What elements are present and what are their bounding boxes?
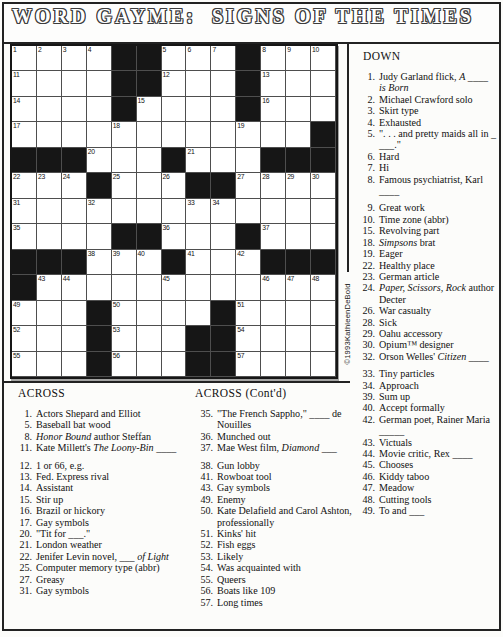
clue-number: 42. [354,414,379,437]
black-cell [112,97,137,122]
white-cell[interactable] [112,148,137,173]
clue-text: Assistant [36,482,188,493]
white-cell[interactable] [186,301,211,326]
clue-text: Paper, Scissors, Rock author Decter [379,282,497,305]
clue-number: 38. [192,460,217,471]
white-cell[interactable]: 2 [37,46,62,71]
white-cell[interactable]: 20 [87,148,112,173]
cell-number: 56 [113,352,120,359]
white-cell[interactable]: 25 [112,173,137,198]
white-cell[interactable]: 17 [12,122,37,147]
white-cell[interactable]: 44 [62,275,87,300]
white-cell[interactable]: 49 [12,301,37,326]
black-cell [311,148,336,173]
white-cell[interactable] [137,173,162,198]
white-cell[interactable] [162,199,187,224]
clue: 39.Sum up [354,391,497,402]
clue-text: Kate Delafield and Carol Ashton, profess… [217,505,356,528]
white-cell[interactable]: 40 [137,250,162,275]
clue-number: 49. [192,494,217,505]
white-cell[interactable] [137,122,162,147]
cell-number: 46 [262,275,269,282]
white-cell[interactable]: 55 [12,352,37,377]
white-cell[interactable] [62,301,87,326]
clue: 50.Kate Delafield and Carol Ashton, prof… [192,505,356,528]
white-cell[interactable] [62,122,87,147]
clue-text: Actors Shepard and Elliot [36,408,188,419]
white-cell[interactable] [162,352,187,377]
clue: 21.London weather [11,539,188,550]
white-cell[interactable] [62,326,87,351]
white-cell[interactable] [261,122,286,147]
clue-number: 24. [354,282,379,305]
white-cell[interactable]: 5 [162,46,187,71]
white-cell[interactable]: 6 [186,46,211,71]
white-cell[interactable]: 10 [311,46,336,71]
white-cell[interactable] [286,224,311,249]
clue-number: 51. [192,528,217,539]
clue-text: To and ___ [379,505,497,516]
clue: 3.Skirt type [354,105,497,116]
cell-number: 28 [262,173,269,180]
white-cell[interactable] [211,275,236,300]
white-cell[interactable]: 18 [112,122,137,147]
black-cell [236,46,261,71]
black-cell [12,148,37,173]
black-cell [137,46,162,71]
white-cell[interactable] [137,326,162,351]
white-cell[interactable] [261,301,286,326]
clue-text: German article [379,271,497,282]
black-cell [87,173,112,198]
white-cell[interactable] [62,224,87,249]
white-cell[interactable] [311,97,336,122]
down-clues-column: DOWN 1.Judy Garland flick, A ____ is Bor… [354,50,497,516]
white-cell[interactable] [311,71,336,96]
clue-text: Kinks' hit [217,528,356,539]
cell-number: 53 [113,326,120,333]
clue-text: Was acquainted with [217,562,356,573]
white-cell[interactable]: 46 [261,275,286,300]
clue-text: Opium™ designer [379,339,497,350]
black-cell [62,148,87,173]
clue-number: 39. [354,391,379,402]
white-cell[interactable] [286,199,311,224]
white-cell[interactable]: 7 [211,46,236,71]
cell-number: 23 [38,173,45,180]
white-cell[interactable] [286,326,311,351]
clue-number: 16. [11,505,36,516]
clue-number: 23. [354,271,379,282]
clue-text: 1 or 66, e.g. [36,460,188,471]
clue-text: Kiddy taboo [379,471,497,482]
white-cell[interactable]: 29 [286,173,311,198]
clue-text: Oahu accessory [379,328,497,339]
crossword-grid: 1234567891011121314151617181920212223242… [10,44,338,379]
white-cell[interactable] [261,199,286,224]
white-cell[interactable]: 39 [112,250,137,275]
clue-number: 29. [354,328,379,339]
white-cell[interactable]: 31 [12,199,37,224]
black-cell [87,326,112,351]
white-cell[interactable]: 52 [12,326,37,351]
white-cell[interactable] [87,275,112,300]
clue: 41.Rowboat tool [192,471,356,482]
white-cell[interactable] [211,97,236,122]
white-cell[interactable] [311,199,336,224]
white-cell[interactable] [62,97,87,122]
title-box: WORD GAYME: SIGNS OF THE TIMES [2,2,501,44]
white-cell[interactable]: 3 [62,46,87,71]
clue-number: 22. [11,551,36,562]
clue: 31.Gay symbols [11,585,188,596]
clue-number: 55. [192,574,217,585]
white-cell[interactable] [236,199,261,224]
white-cell[interactable]: 19 [236,122,261,147]
clue-text: Queers [217,574,356,585]
white-cell[interactable] [87,122,112,147]
clue: 5.Baseball bat wood [11,419,188,430]
white-cell[interactable]: 9 [286,46,311,71]
clue-text: Michael Crawford solo [379,94,497,105]
clue: 14.Assistant [11,482,188,493]
clue-number: 19. [354,248,379,259]
white-cell[interactable]: 41 [186,250,211,275]
white-cell[interactable] [311,352,336,377]
white-cell[interactable]: 37 [261,224,286,249]
white-cell[interactable] [236,275,261,300]
white-cell[interactable] [37,122,62,147]
clue-text: Sick [379,317,497,328]
clue-number: 44. [354,448,379,459]
white-cell[interactable]: 14 [12,97,37,122]
clue-text: Skirt type [379,105,497,116]
down-header: DOWN [354,50,497,62]
white-cell[interactable]: 36 [162,224,187,249]
white-cell[interactable]: 47 [286,275,311,300]
clue: 22.Jenifer Levin novel, ___ of Light [11,551,188,562]
cell-number: 9 [287,46,290,53]
clue: 8.Honor Bound author Steffan [11,431,188,442]
white-cell[interactable] [37,224,62,249]
white-cell[interactable]: 15 [137,97,162,122]
cell-number: 14 [13,97,20,104]
cell-number: 21 [187,148,194,155]
white-cell[interactable]: 54 [236,326,261,351]
white-cell[interactable]: 22 [12,173,37,198]
white-cell[interactable] [186,275,211,300]
clue-text: Fish eggs [217,539,356,550]
white-cell[interactable]: 48 [311,275,336,300]
clue-text: Gun lobby [217,460,356,471]
clue: 55.Queers [192,574,356,585]
clue-text: Gay symbols [36,585,188,596]
cell-number: 6 [187,46,190,53]
clue-text: Gay symbols [36,517,188,528]
clue-text: Accept formally [379,402,497,413]
clue-number: 26. [354,305,379,316]
white-cell[interactable]: 13 [261,71,286,96]
white-cell[interactable] [211,122,236,147]
white-cell[interactable] [62,71,87,96]
clue: 36.Munched out [192,431,356,442]
clue: 2.Michael Crawford solo [354,94,497,105]
white-cell[interactable] [186,97,211,122]
white-cell[interactable] [137,352,162,377]
white-cell[interactable] [261,352,286,377]
clue-text: Great work [379,202,497,213]
clue: 49.Enemy [192,494,356,505]
white-cell[interactable] [37,199,62,224]
clue-text: Kate Millett's The Loony-Bin ____ [36,442,188,453]
white-cell[interactable] [311,301,336,326]
cell-number: 33 [187,199,194,206]
clue: 16.Brazil or hickory [11,505,188,516]
white-cell[interactable] [112,275,137,300]
clue: 34.Approach [354,380,497,391]
clue: 17.Gay symbols [11,517,188,528]
white-cell[interactable] [162,326,187,351]
white-cell[interactable]: 53 [112,326,137,351]
clue-number: 9. [354,202,379,213]
white-cell[interactable] [37,301,62,326]
white-cell[interactable]: 35 [12,224,37,249]
clue-number: 12. [11,460,36,471]
cell-number: 36 [163,224,170,231]
clue-text: London weather [36,539,188,550]
white-cell[interactable] [87,71,112,96]
white-cell[interactable]: 43 [37,275,62,300]
black-cell [112,71,137,96]
white-cell[interactable] [261,326,286,351]
white-cell[interactable] [211,71,236,96]
white-cell[interactable] [311,224,336,249]
clue: 18.Simpsons brat [354,237,497,248]
clue-number: 41. [192,471,217,482]
cell-number: 11 [13,71,19,78]
white-cell[interactable] [186,122,211,147]
cell-number: 10 [312,46,319,53]
cell-number: 22 [13,173,20,180]
clue-text: Approach [379,380,497,391]
clue-number: 5. [354,128,379,151]
cell-number: 42 [237,250,244,257]
clue-number: 43. [192,482,217,493]
clue-number: 32. [354,351,379,362]
clue-text: Tiny particles [379,368,497,379]
clue: 29.Oahu accessory [354,328,497,339]
white-cell[interactable] [286,352,311,377]
clue: 8.Famous psychiatrist, Karl ____ [354,174,497,197]
clue: 57.Long times [192,597,356,608]
clue-number: 28. [354,317,379,328]
white-cell[interactable]: 30 [311,173,336,198]
white-cell[interactable]: 33 [186,199,211,224]
white-cell[interactable]: 32 [87,199,112,224]
white-cell[interactable]: 50 [112,301,137,326]
clue-number: 53. [192,551,217,562]
clue-text: Victuals [379,437,497,448]
cell-number: 17 [13,122,20,129]
white-cell[interactable] [137,275,162,300]
clue: 35."The French Sappho," ____ de Nouilles [192,408,356,431]
white-cell[interactable] [286,301,311,326]
cell-number: 40 [138,250,145,257]
clue-number: 34. [354,380,379,391]
white-cell[interactable] [37,97,62,122]
white-cell[interactable] [37,352,62,377]
white-cell[interactable] [286,71,311,96]
cell-number: 31 [13,199,20,206]
clue-text: Jenifer Levin novel, ___ of Light [36,551,188,562]
crossword-page: { "game": "crossword", "title": "WORD GA… [0,0,503,637]
white-cell[interactable] [236,148,261,173]
white-cell[interactable]: 24 [62,173,87,198]
clue-text: Healthy place [379,260,497,271]
clue: 52.Fish eggs [192,539,356,550]
clue-number: 5. [11,419,36,430]
cell-number: 5 [163,46,166,53]
black-cell [186,352,211,377]
horizontal-divider [4,381,350,383]
black-cell [211,301,236,326]
black-cell [286,148,311,173]
clue-number: 2. [354,94,379,105]
clue-number: 40. [354,402,379,413]
clue: 28.Sick [354,317,497,328]
clue-text: Eager [379,248,497,259]
white-cell[interactable]: 56 [112,352,137,377]
clue-text: German poet, Rainer Maria _____ [379,414,497,437]
cell-number: 27 [237,173,244,180]
black-cell [62,250,87,275]
white-cell[interactable]: 38 [87,250,112,275]
clue-text: "Tit for ___." [36,528,188,539]
white-cell[interactable] [211,148,236,173]
clue-number: 46. [354,471,379,482]
clue: 40.Accept formally [354,402,497,413]
cell-number: 41 [187,250,194,257]
white-cell[interactable] [162,122,187,147]
white-cell[interactable]: 11 [12,71,37,96]
white-cell[interactable] [286,122,311,147]
clue: 19.Eager [354,248,497,259]
clue-number: 15. [354,225,379,236]
white-cell[interactable] [211,224,236,249]
clue-number: 57. [192,597,217,608]
white-cell[interactable] [211,250,236,275]
clue-number: 15. [11,494,36,505]
clue-text: Enemy [217,494,356,505]
white-cell[interactable]: 8 [261,46,286,71]
clue-number: 22. [354,260,379,271]
white-cell[interactable] [186,71,211,96]
white-cell[interactable] [162,301,187,326]
clue-text: Famous psychiatrist, Karl ____ [379,174,497,197]
white-cell[interactable] [62,352,87,377]
clue-text: Baseball bat wood [36,419,188,430]
clue-text: Gay symbols [217,482,356,493]
white-cell[interactable]: 12 [162,71,187,96]
white-cell[interactable]: 26 [162,173,187,198]
clue: 44.Movie critic, Rex ____ [354,448,497,459]
clue-number: 56. [192,585,217,596]
cell-number: 47 [287,275,294,282]
clue-number: 31. [11,585,36,596]
white-cell[interactable]: 4 [87,46,112,71]
clue: 23.German article [354,271,497,282]
white-cell[interactable] [62,199,87,224]
clue-text: War casualty [379,305,497,316]
black-cell [211,326,236,351]
clue-number: 33. [354,368,379,379]
white-cell[interactable]: 23 [37,173,62,198]
cell-number: 16 [262,97,269,104]
clue: 15.Revolving part [354,225,497,236]
clue-text: Computer memory type (abbr) [36,562,188,573]
clue: 32.Orson Welles' Citizen ____ [354,351,497,362]
cell-number: 2 [38,46,41,53]
white-cell[interactable]: 21 [186,148,211,173]
white-cell[interactable] [137,199,162,224]
clue: 4.Exhausted [354,117,497,128]
white-cell[interactable] [37,71,62,96]
clue: 46.Kiddy taboo [354,471,497,482]
white-cell[interactable]: 16 [261,97,286,122]
white-cell[interactable]: 45 [162,275,187,300]
cell-number: 49 [13,301,20,308]
cell-number: 57 [237,352,244,359]
clue-text: Fed. Express rival [36,471,188,482]
black-cell [137,224,162,249]
white-cell[interactable] [186,224,211,249]
white-cell[interactable] [87,224,112,249]
black-cell [186,326,211,351]
white-cell[interactable]: 42 [236,250,261,275]
white-cell[interactable]: 1 [12,46,37,71]
clue-number: 17. [11,517,36,528]
clue-number: 11. [11,442,36,453]
clue: 20."Tit for ___." [11,528,188,539]
white-cell[interactable] [311,326,336,351]
white-cell[interactable]: 34 [211,199,236,224]
clue-number: 47. [354,482,379,493]
clue-text: Exhausted [379,117,497,128]
white-cell[interactable]: 51 [236,301,261,326]
white-cell[interactable]: 28 [261,173,286,198]
cell-number: 20 [88,148,95,155]
cell-number: 18 [113,122,120,129]
cell-number: 12 [163,71,170,78]
clue-text: Stir up [36,494,188,505]
white-cell[interactable] [286,97,311,122]
white-cell[interactable] [87,97,112,122]
white-cell[interactable] [162,97,187,122]
black-cell [37,148,62,173]
white-cell[interactable]: 27 [236,173,261,198]
clue: 15.Stir up [11,494,188,505]
white-cell[interactable] [137,301,162,326]
white-cell[interactable] [137,148,162,173]
cell-number: 44 [63,275,70,282]
white-cell[interactable] [112,199,137,224]
clue-text: Hard [379,151,497,162]
white-cell[interactable] [37,326,62,351]
cell-number: 45 [163,275,170,282]
white-cell[interactable]: 57 [236,352,261,377]
clue: 38.Gun lobby [192,460,356,471]
clue-number: 13. [11,471,36,482]
